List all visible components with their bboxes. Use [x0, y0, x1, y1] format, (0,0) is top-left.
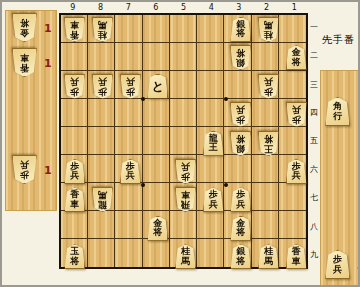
- row-label: 八: [308, 212, 320, 240]
- shogi-piece-gote[interactable]: 歩兵: [64, 74, 85, 99]
- piece-face: 桂馬: [175, 244, 196, 269]
- star-point: [141, 97, 145, 101]
- shogi-piece-sente[interactable]: 香車: [286, 244, 307, 269]
- column-label: 4: [197, 3, 225, 13]
- piece-face: 歩兵: [175, 159, 196, 184]
- piece-face: 歩兵: [258, 74, 279, 99]
- piece-kanji: 歩: [70, 86, 79, 96]
- piece-face: 歩兵: [286, 159, 307, 184]
- piece-kanji: と: [152, 80, 164, 93]
- piece-face: と: [147, 74, 168, 99]
- board-cell-4三[interactable]: [197, 71, 224, 99]
- hand-piece-count: 1: [44, 58, 52, 69]
- piece-kanji: 飛: [181, 200, 190, 210]
- row-label: 七: [308, 184, 320, 212]
- board-cell-4六[interactable]: [197, 155, 224, 183]
- board-cell-7七[interactable]: [115, 183, 142, 211]
- shogi-board[interactable]: 香車桂馬銀将桂馬銀将金将歩兵歩兵歩兵と歩兵歩兵歩兵龍王銀将王将歩兵歩兵歩兵歩兵香…: [59, 13, 308, 269]
- board-cell-8五[interactable]: [88, 127, 115, 155]
- hand-piece-count: 1: [44, 23, 52, 34]
- piece-face: 歩兵: [230, 187, 251, 212]
- board-cell-8九[interactable]: [88, 239, 115, 267]
- shogi-piece-gote[interactable]: 歩兵: [230, 102, 251, 127]
- board-cell-2六[interactable]: [252, 155, 279, 183]
- shogi-piece-gote[interactable]: 歩兵: [286, 102, 307, 127]
- piece-kanji: 車: [70, 20, 79, 30]
- column-label: 7: [114, 3, 142, 13]
- piece-kanji: 兵: [98, 77, 107, 87]
- piece-face: 角行: [325, 97, 350, 126]
- board-cell-9五[interactable]: [61, 127, 88, 155]
- shogi-piece-sente[interactable]: 歩兵: [230, 187, 251, 212]
- piece-kanji: 桂: [264, 29, 273, 39]
- shogi-piece-sente[interactable]: 金将: [286, 45, 307, 70]
- column-label: 6: [142, 3, 170, 13]
- board-cell-5四[interactable]: [170, 99, 197, 127]
- piece-kanji: 馬: [264, 257, 273, 267]
- row-labels: 一二三四五六七八九: [308, 13, 320, 269]
- piece-kanji: 歩: [264, 86, 273, 96]
- shogi-piece-sente[interactable]: 玉将: [64, 244, 85, 269]
- piece-face: 銀将: [230, 131, 251, 156]
- piece-kanji: 馬: [264, 20, 273, 30]
- board-cell-9四[interactable]: [61, 99, 88, 127]
- board-cell-5三[interactable]: [170, 71, 197, 99]
- board-cell-6六[interactable]: [143, 155, 170, 183]
- piece-face: 歩兵: [286, 102, 307, 127]
- shogi-piece-gote[interactable]: 歩兵: [12, 155, 37, 184]
- piece-kanji: 歩: [98, 86, 107, 96]
- shogi-piece-sente[interactable]: 角行: [325, 97, 350, 126]
- board-cell-1八[interactable]: [279, 211, 306, 239]
- piece-kanji: 馬: [181, 257, 190, 267]
- piece-face: 香車: [12, 48, 37, 77]
- hand-piece-count: 1: [44, 165, 52, 176]
- board-cell-8四[interactable]: [88, 99, 115, 127]
- shogi-piece-sente[interactable]: 歩兵: [203, 187, 224, 212]
- board-cell-3六[interactable]: [224, 155, 251, 183]
- piece-kanji: 兵: [126, 171, 135, 181]
- row-label: 四: [308, 98, 320, 126]
- shogi-piece-sente[interactable]: 香車: [64, 187, 85, 212]
- piece-face: 桂馬: [258, 17, 279, 42]
- board-cell-1一[interactable]: [279, 15, 306, 43]
- shogi-piece-sente[interactable]: と: [147, 74, 168, 99]
- shogi-piece-gote[interactable]: 桂馬: [92, 17, 113, 42]
- shogi-piece-gote[interactable]: 王将: [258, 131, 279, 156]
- piece-kanji: 王: [264, 143, 273, 153]
- piece-kanji: 王: [209, 143, 218, 153]
- piece-kanji: 歩: [292, 115, 301, 125]
- piece-kanji: 兵: [126, 77, 135, 87]
- piece-face: 歩兵: [203, 187, 224, 212]
- piece-kanji: 将: [236, 228, 245, 238]
- piece-kanji: 将: [236, 257, 245, 267]
- piece-kanji: 馬: [98, 190, 107, 200]
- column-label: 9: [59, 3, 87, 13]
- piece-face: 桂馬: [92, 17, 113, 42]
- piece-kanji: 銀: [236, 143, 245, 153]
- board-cell-6一[interactable]: [143, 15, 170, 43]
- piece-face: 龍馬: [92, 187, 113, 212]
- piece-kanji: 将: [236, 29, 245, 39]
- piece-face: 桂馬: [258, 244, 279, 269]
- shogi-piece-sente[interactable]: 龍王: [203, 131, 224, 156]
- piece-face: 銀将: [230, 17, 251, 42]
- board-cell-6五[interactable]: [143, 127, 170, 155]
- piece-kanji: 兵: [70, 77, 79, 87]
- piece-face: 銀将: [230, 244, 251, 269]
- column-label: 2: [253, 3, 281, 13]
- piece-kanji: 将: [292, 58, 301, 68]
- board-cell-1三[interactable]: [279, 71, 306, 99]
- piece-kanji: 龍: [98, 200, 107, 210]
- shogi-piece-gote[interactable]: 桂馬: [258, 17, 279, 42]
- piece-kanji: 兵: [181, 162, 190, 172]
- piece-kanji: 車: [20, 53, 29, 63]
- shogi-piece-sente[interactable]: 銀将: [230, 17, 251, 42]
- star-point: [141, 183, 145, 187]
- piece-kanji: 歩: [126, 86, 135, 96]
- piece-kanji: 将: [236, 134, 245, 144]
- piece-kanji: 馬: [98, 20, 107, 30]
- shogi-piece-gote[interactable]: 香車: [12, 48, 37, 77]
- board-cell-6九[interactable]: [143, 239, 170, 267]
- piece-kanji: 歩: [236, 115, 245, 125]
- piece-kanji: 将: [264, 134, 273, 144]
- board-cell-3三[interactable]: [224, 71, 251, 99]
- piece-kanji: 香: [20, 63, 29, 73]
- board-cell-7四[interactable]: [115, 99, 142, 127]
- piece-face: 金将: [286, 45, 307, 70]
- shogi-piece-sente[interactable]: 歩兵: [64, 159, 85, 184]
- shogi-piece-gote[interactable]: 銀将: [230, 45, 251, 70]
- board-cell-7八[interactable]: [115, 211, 142, 239]
- board-cell-6四[interactable]: [143, 99, 170, 127]
- shogi-piece-gote[interactable]: 歩兵: [92, 74, 113, 99]
- piece-kanji: 兵: [236, 105, 245, 115]
- board-cell-1七[interactable]: [279, 183, 306, 211]
- turn-indicator: 先手番: [322, 33, 360, 47]
- piece-kanji: 歩: [20, 170, 29, 180]
- column-label: 5: [170, 3, 198, 13]
- piece-face: 歩兵: [92, 74, 113, 99]
- shogi-piece-gote[interactable]: 龍馬: [92, 187, 113, 212]
- piece-kanji: 兵: [292, 171, 301, 181]
- piece-face: 龍王: [203, 131, 224, 156]
- board-cell-4一[interactable]: [197, 15, 224, 43]
- piece-face: 歩兵: [64, 74, 85, 99]
- shogi-piece-gote[interactable]: 歩兵: [175, 159, 196, 184]
- row-label: 九: [308, 241, 320, 269]
- board-cell-5五[interactable]: [170, 127, 197, 155]
- board-cell-4八[interactable]: [197, 211, 224, 239]
- board-cell-2七[interactable]: [252, 183, 279, 211]
- column-label: 3: [225, 3, 253, 13]
- piece-face: 歩兵: [12, 155, 37, 184]
- sente-hand-stand[interactable]: 角行1歩兵3: [320, 70, 360, 287]
- star-point: [224, 97, 228, 101]
- piece-face: 歩兵: [64, 159, 85, 184]
- board-cell-7五[interactable]: [115, 127, 142, 155]
- piece-kanji: 銀: [236, 58, 245, 68]
- column-label: 8: [87, 3, 115, 13]
- piece-kanji: 兵: [292, 105, 301, 115]
- piece-kanji: 兵: [236, 200, 245, 210]
- piece-kanji: 将: [153, 228, 162, 238]
- board-cell-6七[interactable]: [143, 183, 170, 211]
- row-label: 一: [308, 13, 320, 41]
- board-cell-7九[interactable]: [115, 239, 142, 267]
- piece-face: 飛車: [175, 187, 196, 212]
- board-cell-2八[interactable]: [252, 211, 279, 239]
- shogi-diagram: 金将1香車1歩兵1 987654321 香車桂馬銀将桂馬銀将金将歩兵歩兵歩兵と歩…: [0, 0, 360, 287]
- board-cell-1五[interactable]: [279, 127, 306, 155]
- piece-face: 香車: [64, 17, 85, 42]
- board-cell-5二[interactable]: [170, 43, 197, 71]
- piece-face: 金将: [12, 13, 37, 42]
- column-label: 1: [280, 3, 308, 13]
- board-cell-8六[interactable]: [88, 155, 115, 183]
- piece-kanji: 金: [20, 28, 29, 38]
- row-label: 二: [308, 41, 320, 69]
- piece-face: 歩兵: [120, 74, 141, 99]
- piece-face: 王将: [258, 131, 279, 156]
- shogi-piece-sente[interactable]: 歩兵: [286, 159, 307, 184]
- piece-kanji: 将: [70, 257, 79, 267]
- piece-face: 銀将: [230, 45, 251, 70]
- shogi-piece-gote[interactable]: 歩兵: [120, 74, 141, 99]
- piece-face: 香車: [64, 187, 85, 212]
- piece-kanji: 車: [292, 257, 301, 267]
- board-cell-4四[interactable]: [197, 99, 224, 127]
- piece-kanji: 兵: [209, 200, 218, 210]
- shogi-piece-gote[interactable]: 金将: [12, 13, 37, 42]
- piece-kanji: 将: [20, 18, 29, 28]
- star-point: [224, 183, 228, 187]
- piece-kanji: 兵: [333, 265, 342, 275]
- board-cell-4九[interactable]: [197, 239, 224, 267]
- row-label: 五: [308, 127, 320, 155]
- piece-kanji: 兵: [70, 171, 79, 181]
- shogi-piece-sente[interactable]: 金将: [230, 216, 251, 241]
- shogi-piece-sente[interactable]: 桂馬: [258, 244, 279, 269]
- shogi-piece-gote[interactable]: 歩兵: [258, 74, 279, 99]
- board-cell-8二[interactable]: [88, 43, 115, 71]
- shogi-piece-sente[interactable]: 歩兵: [120, 159, 141, 184]
- row-label: 六: [308, 155, 320, 183]
- piece-face: 香車: [286, 244, 307, 269]
- piece-face: 歩兵: [325, 250, 350, 279]
- board-cell-6二[interactable]: [143, 43, 170, 71]
- piece-face: 玉将: [64, 244, 85, 269]
- piece-kanji: 桂: [98, 29, 107, 39]
- shogi-piece-sente[interactable]: 金将: [147, 216, 168, 241]
- piece-kanji: 兵: [20, 160, 29, 170]
- board-cell-5八[interactable]: [170, 211, 197, 239]
- piece-face: 金将: [147, 216, 168, 241]
- board-cell-2四[interactable]: [252, 99, 279, 127]
- board-cell-2二[interactable]: [252, 43, 279, 71]
- board-cell-4二[interactable]: [197, 43, 224, 71]
- piece-kanji: 将: [236, 48, 245, 58]
- board-cell-9二[interactable]: [61, 43, 88, 71]
- piece-kanji: 車: [70, 200, 79, 210]
- board-cell-7二[interactable]: [115, 43, 142, 71]
- piece-kanji: 歩: [181, 171, 190, 181]
- shogi-piece-gote[interactable]: 銀将: [230, 131, 251, 156]
- board-cell-9八[interactable]: [61, 211, 88, 239]
- shogi-piece-gote[interactable]: 香車: [64, 17, 85, 42]
- piece-kanji: 兵: [264, 77, 273, 87]
- board-cell-7一[interactable]: [115, 15, 142, 43]
- board-cell-8八[interactable]: [88, 211, 115, 239]
- shogi-piece-sente[interactable]: 桂馬: [175, 244, 196, 269]
- shogi-piece-sente[interactable]: 歩兵: [325, 250, 350, 279]
- piece-kanji: 車: [181, 190, 190, 200]
- piece-face: 歩兵: [120, 159, 141, 184]
- column-labels: 987654321: [59, 3, 308, 13]
- gote-hand-stand[interactable]: 金将1香車1歩兵1: [5, 10, 57, 211]
- row-label: 三: [308, 70, 320, 98]
- piece-face: 歩兵: [230, 102, 251, 127]
- piece-face: 金将: [230, 216, 251, 241]
- board-cell-5一[interactable]: [170, 15, 197, 43]
- shogi-piece-sente[interactable]: 銀将: [230, 244, 251, 269]
- piece-kanji: 香: [70, 29, 79, 39]
- shogi-piece-gote[interactable]: 飛車: [175, 187, 196, 212]
- piece-kanji: 行: [333, 112, 342, 122]
